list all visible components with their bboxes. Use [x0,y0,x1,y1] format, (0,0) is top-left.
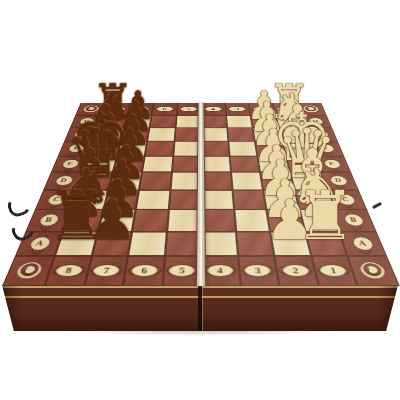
corner-medallion [347,256,400,286]
coordinate-medallion: 4 [206,264,235,277]
coordinate-medallion: 4 [204,106,222,111]
clasp-hook-icon [5,193,32,219]
border-cell: 4 [201,256,240,286]
black-pawn-a7[interactable]: ♟ [87,193,137,248]
border-cell: 6 [123,256,165,286]
square-e4[interactable] [201,156,231,172]
coordinate-medallion: 3 [228,106,247,111]
coordinate-medallion: 3 [243,264,273,277]
square-g4[interactable] [201,128,228,141]
square-d4[interactable] [201,172,232,190]
coordinate-medallion: 6 [129,264,159,277]
coordinate-medallion: 8 [52,264,84,277]
border-cell: 7 [84,256,128,286]
corner-disc [14,262,44,279]
white-rook-a1[interactable]: ♜ [295,183,355,250]
box-side [2,285,398,331]
square-h4[interactable] [201,115,227,127]
coordinate-medallion: 5 [180,106,198,111]
corner-disc [358,262,388,279]
square-a4[interactable] [201,231,238,256]
coordinate-medallion: 5 [168,264,197,277]
coordinate-medallion: 6 [155,106,174,111]
chess-set-photo: 87654321HHGGFFEEDDCCBBAA87654321 ♜♞♝♛♚♝♞… [0,0,400,400]
border-cell: 4 [201,103,226,115]
border-cell: 3 [238,256,280,286]
square-f4[interactable] [201,141,229,156]
latch-pin-icon [372,202,382,209]
square-c4[interactable] [201,190,234,210]
square-b4[interactable] [201,209,236,231]
coordinate-medallion: 1 [317,264,349,277]
coordinate-medallion: 7 [91,264,122,277]
coordinate-medallion: 2 [280,264,311,277]
